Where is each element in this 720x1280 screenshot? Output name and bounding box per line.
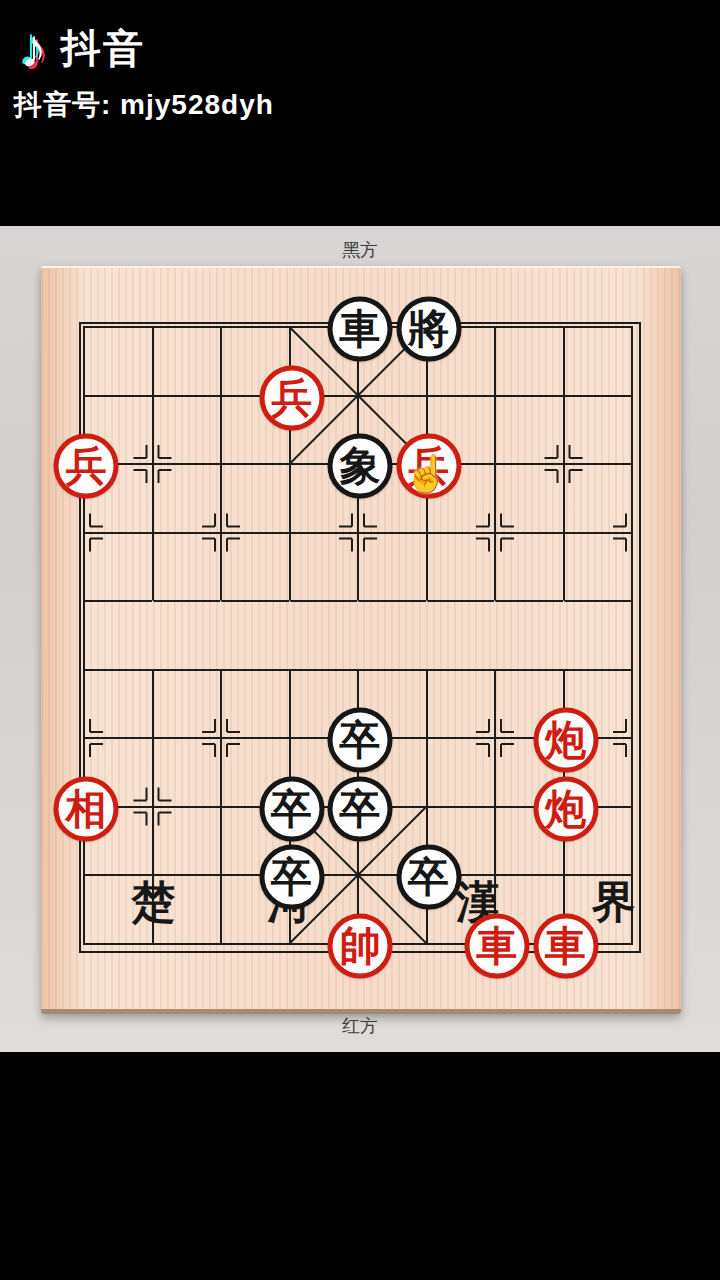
piece-black-chariot[interactable]: 車	[328, 297, 393, 362]
piece-red-cannon[interactable]: 炮	[533, 708, 598, 773]
board-field	[79, 322, 641, 953]
hand-cursor-icon: ☝	[404, 453, 449, 495]
bottom-black-band	[0, 1052, 720, 1280]
piece-red-cannon[interactable]: 炮	[533, 776, 598, 841]
piece-black-pawn[interactable]: 卒	[259, 845, 324, 910]
douyin-note-icon: ♪	[20, 18, 47, 78]
xiangqi-board[interactable]: 楚 河 漢 界 車將兵兵象兵卒炮相卒卒炮卒卒帥車車 ☝	[41, 266, 681, 1014]
piece-black-general[interactable]: 將	[396, 297, 461, 362]
piece-black-elephant[interactable]: 象	[328, 434, 393, 499]
piece-red-elephant[interactable]: 相	[54, 776, 119, 841]
piece-red-chariot[interactable]: 車	[533, 913, 598, 978]
piece-red-pawn[interactable]: 兵	[54, 434, 119, 499]
piece-black-pawn[interactable]: 卒	[259, 776, 324, 841]
piece-black-pawn[interactable]: 卒	[328, 776, 393, 841]
black-side-label: 黑方	[0, 238, 720, 262]
game-area: 黑方 楚 河 漢 界 車將兵兵象兵卒炮相卒卒炮卒卒帥車車 ☝ 红方	[0, 226, 720, 1052]
douyin-logo: ♪ 抖音	[20, 18, 145, 78]
douyin-account-id: 抖音号: mjy528dyh	[14, 86, 274, 124]
piece-red-chariot[interactable]: 車	[465, 913, 530, 978]
douyin-logo-text: 抖音	[61, 21, 145, 76]
piece-red-general[interactable]: 帥	[328, 913, 393, 978]
piece-black-pawn[interactable]: 卒	[328, 708, 393, 773]
piece-black-pawn[interactable]: 卒	[396, 845, 461, 910]
top-black-band: ♪ 抖音 抖音号: mjy528dyh	[0, 0, 720, 226]
piece-red-pawn[interactable]: 兵	[259, 365, 324, 430]
red-side-label: 红方	[0, 1014, 720, 1038]
board-markings	[83, 326, 633, 945]
